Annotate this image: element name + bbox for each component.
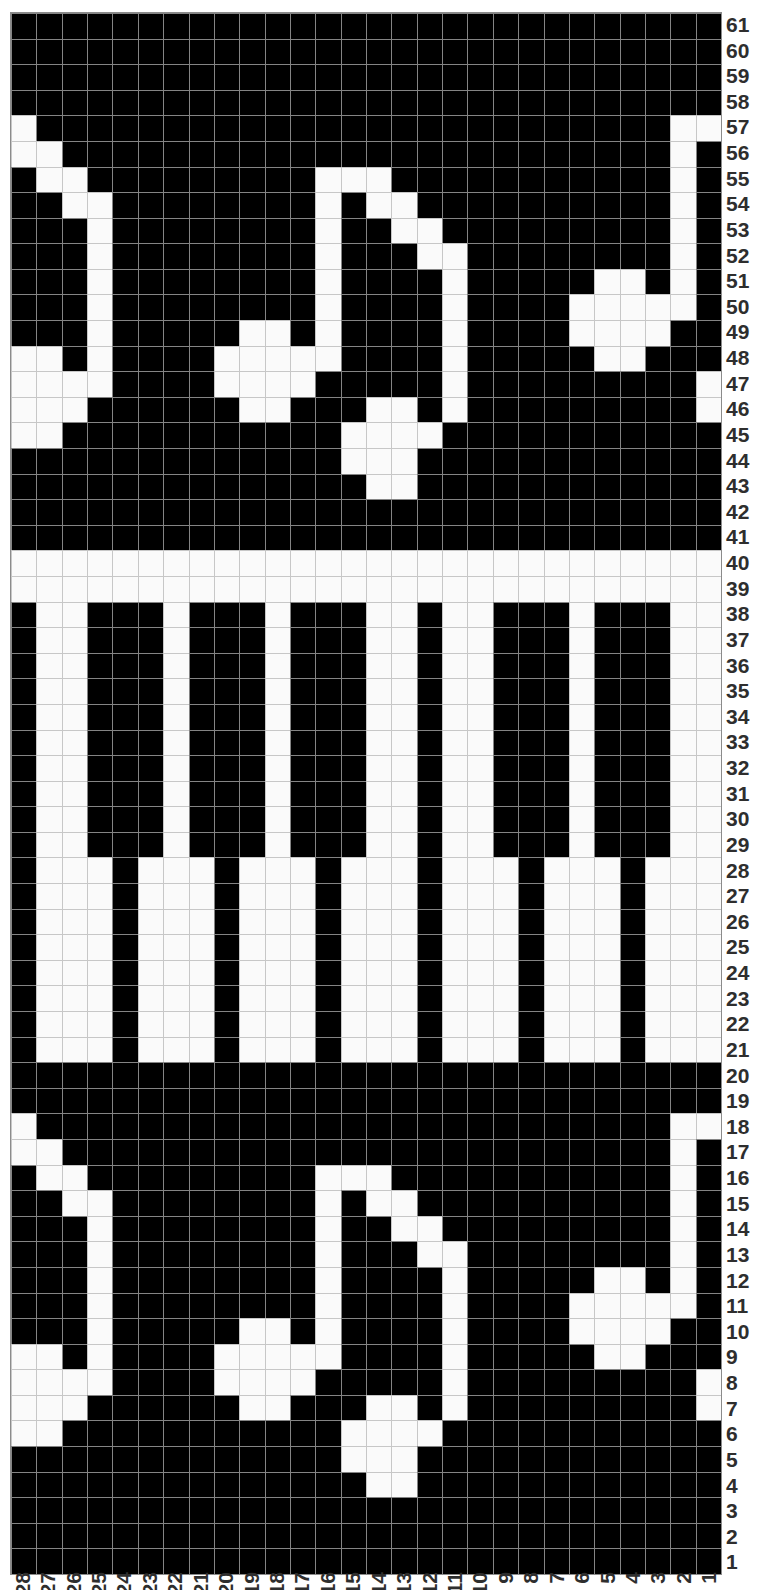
stitch-cell xyxy=(417,1472,442,1498)
stitch-cell xyxy=(417,371,442,397)
stitch-cell xyxy=(239,269,264,295)
row-number-label: 54 xyxy=(726,191,764,217)
stitch-cell xyxy=(594,1548,619,1574)
stitch-cell xyxy=(138,1293,163,1319)
stitch-cell xyxy=(645,1472,670,1498)
stitch-cell xyxy=(239,755,264,781)
stitch-cell xyxy=(493,64,518,90)
stitch-cell xyxy=(87,115,112,141)
stitch-cell xyxy=(518,1293,543,1319)
stitch-cell xyxy=(189,1241,214,1267)
stitch-cell xyxy=(366,576,391,602)
stitch-cell xyxy=(544,1446,569,1472)
stitch-cell xyxy=(391,1011,416,1037)
stitch-cell xyxy=(138,832,163,858)
stitch-cell xyxy=(11,499,36,525)
stitch-cell xyxy=(569,397,594,423)
stitch-cell xyxy=(315,1011,340,1037)
stitch-cell xyxy=(214,1497,239,1523)
stitch-cell xyxy=(214,13,239,39)
stitch-cell xyxy=(493,832,518,858)
stitch-cell xyxy=(594,192,619,218)
stitch-cell xyxy=(366,1241,391,1267)
stitch-cell xyxy=(366,550,391,576)
stitch-cell xyxy=(696,243,721,269)
stitch-cell xyxy=(417,1088,442,1114)
column-number-label: 1 xyxy=(689,1572,729,1590)
stitch-cell xyxy=(518,832,543,858)
stitch-cell xyxy=(467,448,492,474)
stitch-cell xyxy=(87,1293,112,1319)
stitch-cell xyxy=(239,115,264,141)
stitch-cell xyxy=(366,1523,391,1549)
stitch-cell xyxy=(87,909,112,935)
row-number-label: 17 xyxy=(726,1139,764,1165)
stitch-cell xyxy=(36,1344,61,1370)
stitch-cell xyxy=(239,857,264,883)
stitch-cell xyxy=(518,576,543,602)
stitch-cell xyxy=(391,602,416,628)
stitch-cell xyxy=(214,1216,239,1242)
stitch-cell xyxy=(518,934,543,960)
stitch-cell xyxy=(11,1216,36,1242)
stitch-cell xyxy=(493,422,518,448)
stitch-cell xyxy=(112,653,137,679)
stitch-cell xyxy=(594,781,619,807)
stitch-cell xyxy=(366,525,391,551)
stitch-cell xyxy=(11,883,36,909)
stitch-cell xyxy=(62,857,87,883)
stitch-cell xyxy=(467,1088,492,1114)
stitch-cell xyxy=(417,1446,442,1472)
stitch-cell xyxy=(366,64,391,90)
stitch-cell xyxy=(290,1267,315,1293)
stitch-cell xyxy=(366,1344,391,1370)
stitch-cell xyxy=(493,1369,518,1395)
stitch-cell xyxy=(265,397,290,423)
stitch-cell xyxy=(87,243,112,269)
stitch-cell xyxy=(163,1062,188,1088)
stitch-cell xyxy=(36,909,61,935)
stitch-cell xyxy=(315,1037,340,1063)
stitch-cell xyxy=(366,1420,391,1446)
stitch-cell xyxy=(645,1267,670,1293)
stitch-cell xyxy=(62,397,87,423)
stitch-cell xyxy=(87,39,112,65)
stitch-cell xyxy=(189,141,214,167)
stitch-cell xyxy=(569,371,594,397)
stitch-cell xyxy=(544,474,569,500)
stitch-cell xyxy=(442,909,467,935)
stitch-cell xyxy=(518,627,543,653)
stitch-cell xyxy=(36,1190,61,1216)
stitch-cell xyxy=(696,1216,721,1242)
stitch-cell xyxy=(518,1011,543,1037)
stitch-cell xyxy=(163,1139,188,1165)
row-number-label: 60 xyxy=(726,38,764,64)
stitch-cell xyxy=(696,1190,721,1216)
stitch-cell xyxy=(366,1088,391,1114)
stitch-cell xyxy=(189,704,214,730)
stitch-cell xyxy=(594,653,619,679)
stitch-cell xyxy=(112,1523,137,1549)
stitch-cell xyxy=(670,1548,695,1574)
stitch-cell xyxy=(391,294,416,320)
stitch-cell xyxy=(138,1267,163,1293)
stitch-cell xyxy=(163,397,188,423)
stitch-cell xyxy=(112,806,137,832)
stitch-cell xyxy=(620,550,645,576)
stitch-cell xyxy=(11,730,36,756)
stitch-cell xyxy=(112,115,137,141)
stitch-cell xyxy=(265,1190,290,1216)
stitch-cell xyxy=(493,1344,518,1370)
stitch-cell xyxy=(391,985,416,1011)
stitch-cell xyxy=(645,1241,670,1267)
stitch-cell xyxy=(214,781,239,807)
stitch-cell xyxy=(290,1241,315,1267)
stitch-cell xyxy=(163,90,188,116)
stitch-cell xyxy=(493,1446,518,1472)
stitch-cell xyxy=(518,397,543,423)
stitch-cell xyxy=(163,1267,188,1293)
stitch-cell xyxy=(518,1395,543,1421)
stitch-cell xyxy=(696,90,721,116)
stitch-cell xyxy=(290,1113,315,1139)
stitch-cell xyxy=(366,678,391,704)
row-number-label: 26 xyxy=(726,909,764,935)
stitch-cell xyxy=(518,192,543,218)
stitch-cell xyxy=(442,1139,467,1165)
stitch-cell xyxy=(189,1267,214,1293)
stitch-cell xyxy=(493,371,518,397)
stitch-cell xyxy=(62,1293,87,1319)
stitch-cell xyxy=(11,1472,36,1498)
stitch-cell xyxy=(670,141,695,167)
stitch-cell xyxy=(518,730,543,756)
stitch-cell xyxy=(265,499,290,525)
stitch-cell xyxy=(11,1446,36,1472)
stitch-cell xyxy=(569,64,594,90)
stitch-cell xyxy=(341,832,366,858)
stitch-cell xyxy=(417,1216,442,1242)
stitch-cell xyxy=(670,909,695,935)
stitch-cell xyxy=(467,474,492,500)
stitch-cell xyxy=(138,985,163,1011)
stitch-cell xyxy=(518,1548,543,1574)
stitch-cell xyxy=(442,832,467,858)
stitch-cell xyxy=(290,1369,315,1395)
stitch-cell xyxy=(112,934,137,960)
stitch-cell xyxy=(36,422,61,448)
stitch-cell xyxy=(87,192,112,218)
stitch-cell xyxy=(467,627,492,653)
stitch-cell xyxy=(594,550,619,576)
stitch-cell xyxy=(442,39,467,65)
stitch-cell xyxy=(315,243,340,269)
stitch-cell xyxy=(544,1139,569,1165)
stitch-cell xyxy=(366,730,391,756)
stitch-cell xyxy=(265,1472,290,1498)
stitch-cell xyxy=(467,1267,492,1293)
stitch-cell xyxy=(696,627,721,653)
stitch-cell xyxy=(341,1267,366,1293)
stitch-cell xyxy=(290,1062,315,1088)
stitch-cell xyxy=(290,1139,315,1165)
stitch-cell xyxy=(696,704,721,730)
stitch-cell xyxy=(442,653,467,679)
stitch-cell xyxy=(518,781,543,807)
stitch-cell xyxy=(391,90,416,116)
stitch-cell xyxy=(569,167,594,193)
stitch-cell xyxy=(391,1293,416,1319)
stitch-cell xyxy=(493,218,518,244)
stitch-cell xyxy=(442,602,467,628)
stitch-cell xyxy=(36,653,61,679)
row-number-label: 44 xyxy=(726,448,764,474)
stitch-cell xyxy=(594,1497,619,1523)
stitch-cell xyxy=(417,39,442,65)
stitch-cell xyxy=(315,39,340,65)
stitch-cell xyxy=(36,371,61,397)
stitch-cell xyxy=(315,525,340,551)
stitch-cell xyxy=(442,397,467,423)
stitch-cell xyxy=(670,320,695,346)
stitch-cell xyxy=(62,934,87,960)
stitch-cell xyxy=(11,422,36,448)
stitch-cell xyxy=(594,1190,619,1216)
stitch-cell xyxy=(11,294,36,320)
stitch-cell xyxy=(493,883,518,909)
stitch-cell xyxy=(620,1113,645,1139)
stitch-cell xyxy=(290,167,315,193)
stitch-cell xyxy=(670,525,695,551)
stitch-cell xyxy=(645,883,670,909)
stitch-cell xyxy=(544,13,569,39)
stitch-cell xyxy=(290,576,315,602)
stitch-cell xyxy=(594,1113,619,1139)
stitch-cell xyxy=(112,1011,137,1037)
stitch-cell xyxy=(36,755,61,781)
row-number-label: 8 xyxy=(726,1370,764,1396)
stitch-cell xyxy=(11,13,36,39)
stitch-cell xyxy=(594,474,619,500)
stitch-cell xyxy=(36,960,61,986)
stitch-cell xyxy=(62,294,87,320)
row-number-label: 5 xyxy=(726,1447,764,1473)
stitch-cell xyxy=(62,704,87,730)
stitch-cell xyxy=(36,167,61,193)
row-number-label: 34 xyxy=(726,704,764,730)
row-number-label: 58 xyxy=(726,89,764,115)
stitch-cell xyxy=(391,1369,416,1395)
stitch-cell xyxy=(163,1190,188,1216)
stitch-cell xyxy=(163,934,188,960)
stitch-cell xyxy=(315,115,340,141)
stitch-cell xyxy=(442,985,467,1011)
stitch-cell xyxy=(569,1267,594,1293)
stitch-cell xyxy=(11,1548,36,1574)
stitch-cell xyxy=(467,371,492,397)
stitch-cell xyxy=(62,678,87,704)
stitch-cell xyxy=(366,985,391,1011)
stitch-cell xyxy=(62,90,87,116)
stitch-cell xyxy=(544,141,569,167)
stitch-cell xyxy=(163,294,188,320)
stitch-cell xyxy=(11,90,36,116)
stitch-cell xyxy=(467,320,492,346)
stitch-cell xyxy=(265,1037,290,1063)
stitch-cell xyxy=(265,448,290,474)
stitch-cell xyxy=(11,550,36,576)
stitch-cell xyxy=(62,1369,87,1395)
stitch-cell xyxy=(36,857,61,883)
stitch-cell xyxy=(544,397,569,423)
stitch-cell xyxy=(417,218,442,244)
stitch-cell xyxy=(518,218,543,244)
stitch-cell xyxy=(189,1548,214,1574)
stitch-cell xyxy=(620,1165,645,1191)
stitch-cell xyxy=(670,243,695,269)
stitch-cell xyxy=(189,781,214,807)
stitch-cell xyxy=(594,1139,619,1165)
stitch-cell xyxy=(214,474,239,500)
stitch-cell xyxy=(442,1241,467,1267)
stitch-cell xyxy=(138,90,163,116)
stitch-cell xyxy=(391,269,416,295)
stitch-cell xyxy=(239,525,264,551)
stitch-cell xyxy=(138,550,163,576)
stitch-cell xyxy=(670,39,695,65)
stitch-cell xyxy=(645,985,670,1011)
stitch-cell xyxy=(493,550,518,576)
stitch-cell xyxy=(138,1369,163,1395)
stitch-cell xyxy=(87,1267,112,1293)
stitch-cell xyxy=(36,243,61,269)
stitch-cell xyxy=(265,1318,290,1344)
stitch-cell xyxy=(239,371,264,397)
stitch-cell xyxy=(670,269,695,295)
stitch-cell xyxy=(315,1497,340,1523)
stitch-cell xyxy=(467,1037,492,1063)
stitch-cell xyxy=(569,1420,594,1446)
stitch-cell xyxy=(11,1165,36,1191)
stitch-cell xyxy=(112,218,137,244)
stitch-cell xyxy=(544,192,569,218)
stitch-cell xyxy=(544,1216,569,1242)
stitch-cell xyxy=(112,1062,137,1088)
stitch-cell xyxy=(518,320,543,346)
stitch-cell xyxy=(36,1088,61,1114)
stitch-cell xyxy=(696,576,721,602)
stitch-cell xyxy=(442,960,467,986)
stitch-cell xyxy=(315,960,340,986)
stitch-cell xyxy=(112,13,137,39)
stitch-cell xyxy=(239,806,264,832)
stitch-cell xyxy=(11,857,36,883)
stitch-cell xyxy=(645,397,670,423)
stitch-cell xyxy=(163,1420,188,1446)
stitch-cell xyxy=(341,1037,366,1063)
stitch-cell xyxy=(569,1395,594,1421)
stitch-cell xyxy=(112,1318,137,1344)
stitch-cell xyxy=(239,1497,264,1523)
stitch-cell xyxy=(391,678,416,704)
stitch-cell xyxy=(645,1190,670,1216)
stitch-cell xyxy=(163,1446,188,1472)
stitch-cell xyxy=(87,832,112,858)
stitch-cell xyxy=(391,909,416,935)
stitch-cell xyxy=(315,13,340,39)
stitch-cell xyxy=(696,1318,721,1344)
stitch-cell xyxy=(265,1216,290,1242)
stitch-cell xyxy=(163,1241,188,1267)
stitch-cell xyxy=(62,602,87,628)
stitch-cell xyxy=(670,499,695,525)
stitch-cell xyxy=(163,1011,188,1037)
stitch-cell xyxy=(417,1113,442,1139)
stitch-cell xyxy=(696,781,721,807)
stitch-cell xyxy=(138,781,163,807)
stitch-cell xyxy=(214,294,239,320)
stitch-cell xyxy=(36,1420,61,1446)
stitch-cell xyxy=(391,525,416,551)
stitch-cell xyxy=(645,1165,670,1191)
stitch-cell xyxy=(366,371,391,397)
stitch-cell xyxy=(569,115,594,141)
stitch-cell xyxy=(442,1395,467,1421)
stitch-cell xyxy=(11,934,36,960)
stitch-cell xyxy=(366,269,391,295)
stitch-cell xyxy=(138,499,163,525)
stitch-cell xyxy=(87,653,112,679)
stitch-cell xyxy=(645,1420,670,1446)
stitch-cell xyxy=(138,269,163,295)
stitch-cell xyxy=(467,960,492,986)
stitch-cell xyxy=(214,832,239,858)
stitch-cell xyxy=(467,218,492,244)
stitch-cell xyxy=(87,678,112,704)
stitch-cell xyxy=(442,1548,467,1574)
stitch-cell xyxy=(366,883,391,909)
stitch-cell xyxy=(341,781,366,807)
stitch-cell xyxy=(366,857,391,883)
stitch-cell xyxy=(112,1497,137,1523)
stitch-cell xyxy=(544,320,569,346)
stitch-cell xyxy=(163,1472,188,1498)
stitch-cell xyxy=(518,704,543,730)
stitch-cell xyxy=(138,64,163,90)
row-number-label: 29 xyxy=(726,832,764,858)
stitch-cell xyxy=(138,1011,163,1037)
stitch-cell xyxy=(670,730,695,756)
stitch-cell xyxy=(62,730,87,756)
stitch-cell xyxy=(11,1420,36,1446)
stitch-cell xyxy=(594,1165,619,1191)
stitch-cell xyxy=(569,1011,594,1037)
stitch-cell xyxy=(138,1165,163,1191)
stitch-cell xyxy=(569,1318,594,1344)
stitch-cell xyxy=(112,883,137,909)
stitch-cell xyxy=(11,1037,36,1063)
stitch-cell xyxy=(493,243,518,269)
stitch-cell xyxy=(620,857,645,883)
stitch-cell xyxy=(594,704,619,730)
stitch-cell xyxy=(315,883,340,909)
stitch-cell xyxy=(518,90,543,116)
stitch-cell xyxy=(645,576,670,602)
stitch-cell xyxy=(315,730,340,756)
